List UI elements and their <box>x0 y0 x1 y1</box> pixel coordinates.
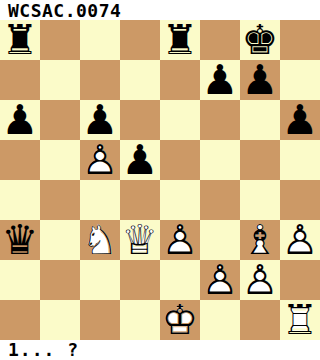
square-c6[interactable]: ♟ <box>80 100 120 140</box>
piece-white-pawn: ♟♙ <box>240 260 280 300</box>
square-f4[interactable] <box>200 180 240 220</box>
piece-white-pawn: ♟♙ <box>280 220 320 260</box>
square-d5[interactable]: ♟ <box>120 140 160 180</box>
piece-outline-layer: ♙ <box>240 260 280 300</box>
piece-glyph: ♛ <box>0 220 40 260</box>
piece-glyph: ♚ <box>240 20 280 60</box>
piece-black-pawn: ♟ <box>80 100 120 140</box>
square-e4[interactable] <box>160 180 200 220</box>
piece-glyph: ♟ <box>280 100 320 140</box>
square-d3[interactable]: ♛♕ <box>120 220 160 260</box>
piece-glyph: ♟ <box>80 100 120 140</box>
square-a8[interactable]: ♜ <box>0 20 40 60</box>
square-g4[interactable] <box>240 180 280 220</box>
square-g7[interactable]: ♟ <box>240 60 280 100</box>
piece-white-queen: ♛♕ <box>120 220 160 260</box>
square-c4[interactable] <box>80 180 120 220</box>
square-d6[interactable] <box>120 100 160 140</box>
piece-white-pawn: ♟♙ <box>160 220 200 260</box>
piece-black-king: ♚ <box>240 20 280 60</box>
square-h3[interactable]: ♟♙ <box>280 220 320 260</box>
square-f7[interactable]: ♟ <box>200 60 240 100</box>
piece-black-pawn: ♟ <box>0 100 40 140</box>
square-g5[interactable] <box>240 140 280 180</box>
square-e8[interactable]: ♜ <box>160 20 200 60</box>
square-g1[interactable] <box>240 300 280 340</box>
piece-black-pawn: ♟ <box>280 100 320 140</box>
piece-glyph: ♟ <box>200 60 240 100</box>
square-h4[interactable] <box>280 180 320 220</box>
square-g3[interactable]: ♝♗ <box>240 220 280 260</box>
square-d7[interactable] <box>120 60 160 100</box>
piece-outline-layer: ♙ <box>160 220 200 260</box>
piece-outline-layer: ♘ <box>80 220 120 260</box>
square-f8[interactable] <box>200 20 240 60</box>
square-b8[interactable] <box>40 20 80 60</box>
piece-white-king: ♚♔ <box>160 300 200 340</box>
square-c3[interactable]: ♞♘ <box>80 220 120 260</box>
square-b3[interactable] <box>40 220 80 260</box>
square-b5[interactable] <box>40 140 80 180</box>
piece-outline-layer: ♔ <box>160 300 200 340</box>
piece-outline-layer: ♙ <box>280 220 320 260</box>
square-d4[interactable] <box>120 180 160 220</box>
square-e7[interactable] <box>160 60 200 100</box>
piece-outline-layer: ♗ <box>240 220 280 260</box>
square-c8[interactable] <box>80 20 120 60</box>
piece-white-pawn: ♟♙ <box>80 140 120 180</box>
square-c7[interactable] <box>80 60 120 100</box>
square-f5[interactable] <box>200 140 240 180</box>
square-c1[interactable] <box>80 300 120 340</box>
piece-glyph: ♟ <box>0 100 40 140</box>
square-d1[interactable] <box>120 300 160 340</box>
square-a3[interactable]: ♛ <box>0 220 40 260</box>
square-g2[interactable]: ♟♙ <box>240 260 280 300</box>
square-b4[interactable] <box>40 180 80 220</box>
square-h1[interactable]: ♜♖ <box>280 300 320 340</box>
square-f6[interactable] <box>200 100 240 140</box>
piece-black-pawn: ♟ <box>120 140 160 180</box>
piece-white-rook: ♜♖ <box>280 300 320 340</box>
square-a2[interactable] <box>0 260 40 300</box>
piece-glyph: ♟ <box>240 60 280 100</box>
piece-black-rook: ♜ <box>160 20 200 60</box>
square-h7[interactable] <box>280 60 320 100</box>
square-d8[interactable] <box>120 20 160 60</box>
square-c2[interactable] <box>80 260 120 300</box>
piece-white-pawn: ♟♙ <box>200 260 240 300</box>
square-h5[interactable] <box>280 140 320 180</box>
square-f3[interactable] <box>200 220 240 260</box>
piece-outline-layer: ♙ <box>80 140 120 180</box>
square-d2[interactable] <box>120 260 160 300</box>
piece-glyph: ♜ <box>160 20 200 60</box>
piece-black-pawn: ♟ <box>240 60 280 100</box>
square-a4[interactable] <box>0 180 40 220</box>
piece-outline-layer: ♙ <box>200 260 240 300</box>
square-e3[interactable]: ♟♙ <box>160 220 200 260</box>
square-f2[interactable]: ♟♙ <box>200 260 240 300</box>
square-g8[interactable]: ♚ <box>240 20 280 60</box>
piece-glyph: ♟ <box>120 140 160 180</box>
square-a1[interactable] <box>0 300 40 340</box>
square-e6[interactable] <box>160 100 200 140</box>
square-b7[interactable] <box>40 60 80 100</box>
square-a7[interactable] <box>0 60 40 100</box>
piece-outline-layer: ♕ <box>120 220 160 260</box>
piece-white-knight: ♞♘ <box>80 220 120 260</box>
piece-outline-layer: ♖ <box>280 300 320 340</box>
piece-black-pawn: ♟ <box>200 60 240 100</box>
square-e5[interactable] <box>160 140 200 180</box>
square-h6[interactable]: ♟ <box>280 100 320 140</box>
piece-glyph: ♜ <box>0 20 40 60</box>
chess-board: ♜♜♚♟♟♟♟♟♟♙♟♛♞♘♛♕♟♙♝♗♟♙♟♙♟♙♚♔♜♖ <box>0 20 320 340</box>
square-a5[interactable] <box>0 140 40 180</box>
square-e1[interactable]: ♚♔ <box>160 300 200 340</box>
piece-black-rook: ♜ <box>0 20 40 60</box>
square-b2[interactable] <box>40 260 80 300</box>
square-a6[interactable]: ♟ <box>0 100 40 140</box>
square-h8[interactable] <box>280 20 320 60</box>
square-c5[interactable]: ♟♙ <box>80 140 120 180</box>
square-h2[interactable] <box>280 260 320 300</box>
square-g6[interactable] <box>240 100 280 140</box>
piece-black-queen: ♛ <box>0 220 40 260</box>
square-e2[interactable] <box>160 260 200 300</box>
piece-white-bishop: ♝♗ <box>240 220 280 260</box>
square-f1[interactable] <box>200 300 240 340</box>
move-prompt: 1... ? <box>0 340 320 360</box>
square-b1[interactable] <box>40 300 80 340</box>
square-b6[interactable] <box>40 100 80 140</box>
chess-puzzle-app: WCSAC.0074 ♜♜♚♟♟♟♟♟♟♙♟♛♞♘♛♕♟♙♝♗♟♙♟♙♟♙♚♔♜… <box>0 0 320 360</box>
